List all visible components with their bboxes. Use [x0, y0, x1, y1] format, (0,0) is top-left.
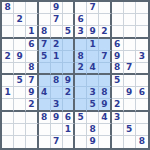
cell-r10c7-digit-8[interactable]: 8 [87, 124, 99, 136]
cell-r2c11[interactable] [136, 26, 148, 38]
cell-r0c9[interactable] [112, 2, 124, 14]
cell-r7c8-digit-8[interactable]: 8 [99, 87, 111, 99]
cell-r2c2-digit-1[interactable]: 1 [26, 26, 38, 38]
cell-r4c4-digit-1[interactable]: 1 [51, 51, 63, 63]
cell-r1c6-digit-6[interactable]: 6 [75, 14, 87, 26]
cell-r4c3-digit-5[interactable]: 5 [39, 51, 51, 63]
cell-r8c7-digit-5[interactable]: 5 [87, 99, 99, 111]
cell-r8c0[interactable] [2, 99, 14, 111]
cell-r10c11[interactable] [136, 124, 148, 136]
cell-r3c8[interactable] [99, 39, 111, 51]
cell-r2c9[interactable] [112, 26, 124, 38]
cell-r11c3[interactable] [39, 136, 51, 148]
cell-r0c0-digit-8[interactable]: 8 [2, 2, 14, 14]
cell-r5c0[interactable] [2, 63, 14, 75]
cell-r10c6[interactable] [75, 124, 87, 136]
cell-r2c0[interactable] [2, 26, 14, 38]
cell-r8c11[interactable] [136, 99, 148, 111]
cell-r11c2[interactable] [26, 136, 38, 148]
cell-r4c1-digit-9[interactable]: 9 [14, 51, 26, 63]
cell-r4c2[interactable] [26, 51, 38, 63]
cell-r8c1[interactable] [14, 99, 26, 111]
cell-r7c0-digit-1[interactable]: 1 [2, 87, 14, 99]
cell-r5c4[interactable] [51, 63, 63, 75]
cell-r2c1[interactable] [14, 26, 26, 38]
cell-r6c8[interactable] [99, 75, 111, 87]
cell-r2c5-digit-5[interactable]: 5 [63, 26, 75, 38]
cell-r5c9-digit-8[interactable]: 8 [112, 63, 124, 75]
cell-r8c4-digit-3[interactable]: 3 [51, 99, 63, 111]
cell-r9c11[interactable] [136, 112, 148, 124]
cell-r4c5[interactable] [63, 51, 75, 63]
cell-r7c4[interactable] [51, 87, 63, 99]
cell-r7c9[interactable] [112, 87, 124, 99]
cell-r0c2[interactable] [26, 2, 38, 14]
cell-r10c5-digit-1[interactable]: 1 [63, 124, 75, 136]
cell-r3c4-digit-2[interactable]: 2 [51, 39, 63, 51]
cell-r8c9-digit-2[interactable]: 2 [112, 99, 124, 111]
cell-r5c10-digit-7[interactable]: 7 [124, 63, 136, 75]
cell-r7c5-digit-2[interactable]: 2 [63, 87, 75, 99]
cell-r0c4-digit-9[interactable]: 9 [51, 2, 63, 14]
cell-r9c3-digit-8[interactable]: 8 [39, 112, 51, 124]
cell-r3c5[interactable] [63, 39, 75, 51]
cell-r9c2[interactable] [26, 112, 38, 124]
cell-r5c1[interactable] [14, 63, 26, 75]
cell-r2c6-digit-3[interactable]: 3 [75, 26, 87, 38]
cell-r9c5-digit-6[interactable]: 6 [63, 112, 75, 124]
cell-r0c10[interactable] [124, 2, 136, 14]
cell-r6c10[interactable] [124, 75, 136, 87]
cell-r3c2-digit-6[interactable]: 6 [26, 39, 38, 51]
cell-r9c1[interactable] [14, 112, 26, 124]
cell-r6c1-digit-5[interactable]: 5 [14, 75, 26, 87]
cell-r6c2-digit-7[interactable]: 7 [26, 75, 38, 87]
cell-r11c0[interactable] [2, 136, 14, 148]
cell-r1c1-digit-2[interactable]: 2 [14, 14, 26, 26]
cell-r9c6-digit-5[interactable]: 5 [75, 112, 87, 124]
cell-r2c7-digit-9[interactable]: 9 [87, 26, 99, 38]
cell-r1c9[interactable] [112, 14, 124, 26]
cell-r1c0[interactable] [2, 14, 14, 26]
cell-r1c11[interactable] [136, 14, 148, 26]
cell-r11c5[interactable] [63, 136, 75, 148]
cell-r2c3-digit-8[interactable]: 8 [39, 26, 51, 38]
cell-r11c8[interactable] [99, 136, 111, 148]
cell-r4c8-digit-7[interactable]: 7 [99, 51, 111, 63]
cell-r5c8[interactable] [99, 63, 111, 75]
cell-r11c9[interactable] [112, 136, 124, 148]
samurai-sudoku-board: 8972761853926721629518793824875789519423… [0, 0, 150, 150]
cell-r4c10[interactable] [124, 51, 136, 63]
cell-r7c10-digit-9[interactable]: 9 [124, 87, 136, 99]
cell-r10c0[interactable] [2, 124, 14, 136]
cell-r5c7-digit-4[interactable]: 4 [87, 63, 99, 75]
cell-r11c6[interactable] [75, 136, 87, 148]
cell-r5c11[interactable] [136, 63, 148, 75]
cell-r9c4-digit-9[interactable]: 9 [51, 112, 63, 124]
cell-r10c3[interactable] [39, 124, 51, 136]
cell-r1c3[interactable] [39, 14, 51, 26]
cell-r7c1[interactable] [14, 87, 26, 99]
cell-r2c10[interactable] [124, 26, 136, 38]
cell-r9c9-digit-3[interactable]: 3 [112, 112, 124, 124]
cell-r8c3[interactable] [39, 99, 51, 111]
cell-r11c11-digit-8[interactable]: 8 [136, 136, 148, 148]
cell-r5c6-digit-2[interactable]: 2 [75, 63, 87, 75]
cell-r3c0[interactable] [2, 39, 14, 51]
cell-r1c4-digit-7[interactable]: 7 [51, 14, 63, 26]
cell-r6c9-digit-5[interactable]: 5 [112, 75, 124, 87]
cell-r2c4[interactable] [51, 26, 63, 38]
cell-r7c6[interactable] [75, 87, 87, 99]
cell-r8c10[interactable] [124, 99, 136, 111]
cell-r1c8[interactable] [99, 14, 111, 26]
cell-r10c4[interactable] [51, 124, 63, 136]
cell-r5c2-digit-8[interactable]: 8 [26, 63, 38, 75]
cell-r9c10[interactable] [124, 112, 136, 124]
cell-r1c2[interactable] [26, 14, 38, 26]
cell-r11c7-digit-9[interactable]: 9 [87, 136, 99, 148]
cell-r10c8[interactable] [99, 124, 111, 136]
cell-r11c4-digit-7[interactable]: 7 [51, 136, 63, 148]
cell-r9c7[interactable] [87, 112, 99, 124]
cell-r3c6[interactable] [75, 39, 87, 51]
cell-r0c6[interactable] [75, 2, 87, 14]
cell-r0c3[interactable] [39, 2, 51, 14]
cell-r6c3[interactable] [39, 75, 51, 87]
cell-r9c8-digit-4[interactable]: 4 [99, 112, 111, 124]
cell-r3c3-digit-7[interactable]: 7 [39, 39, 51, 51]
cell-r10c9[interactable] [112, 124, 124, 136]
cell-r8c6[interactable] [75, 99, 87, 111]
cell-r3c10[interactable] [124, 39, 136, 51]
cell-r0c11[interactable] [136, 2, 148, 14]
cell-r4c9-digit-9[interactable]: 9 [112, 51, 124, 63]
cell-r9c0[interactable] [2, 112, 14, 124]
cell-r11c10[interactable] [124, 136, 136, 148]
cell-r4c0-digit-2[interactable]: 2 [2, 51, 14, 63]
cell-r10c10-digit-5[interactable]: 5 [124, 124, 136, 136]
cell-r1c5[interactable] [63, 14, 75, 26]
cell-r0c7-digit-7[interactable]: 7 [87, 2, 99, 14]
cell-r6c4-digit-8[interactable]: 8 [51, 75, 63, 87]
cell-r4c11-digit-3[interactable]: 3 [136, 51, 148, 63]
cell-r3c7-digit-1[interactable]: 1 [87, 39, 99, 51]
cell-r11c1[interactable] [14, 136, 26, 148]
cell-r3c11[interactable] [136, 39, 148, 51]
cell-r10c1[interactable] [14, 124, 26, 136]
cell-r3c9-digit-6[interactable]: 6 [112, 39, 124, 51]
cell-r4c6-digit-8[interactable]: 8 [75, 51, 87, 63]
cell-r6c11[interactable] [136, 75, 148, 87]
cell-r1c10[interactable] [124, 14, 136, 26]
cell-r0c8[interactable] [99, 2, 111, 14]
cell-r10c2[interactable] [26, 124, 38, 136]
cell-r5c3[interactable] [39, 63, 51, 75]
cell-r0c1[interactable] [14, 2, 26, 14]
cell-r7c7-digit-3[interactable]: 3 [87, 87, 99, 99]
cell-r7c3-digit-4[interactable]: 4 [39, 87, 51, 99]
cell-r8c2-digit-2[interactable]: 2 [26, 99, 38, 111]
cell-r6c0[interactable] [2, 75, 14, 87]
cell-r0c5[interactable] [63, 2, 75, 14]
cell-r4c7[interactable] [87, 51, 99, 63]
cell-r8c5[interactable] [63, 99, 75, 111]
cell-r7c2-digit-9[interactable]: 9 [26, 87, 38, 99]
cell-r6c6[interactable] [75, 75, 87, 87]
cell-r8c8-digit-9[interactable]: 9 [99, 99, 111, 111]
cell-r1c7[interactable] [87, 14, 99, 26]
cell-r6c5-digit-9[interactable]: 9 [63, 75, 75, 87]
cell-r7c11-digit-6[interactable]: 6 [136, 87, 148, 99]
cell-r5c5[interactable] [63, 63, 75, 75]
cell-r2c8-digit-2[interactable]: 2 [99, 26, 111, 38]
cell-r3c1[interactable] [14, 39, 26, 51]
cell-r6c7[interactable] [87, 75, 99, 87]
